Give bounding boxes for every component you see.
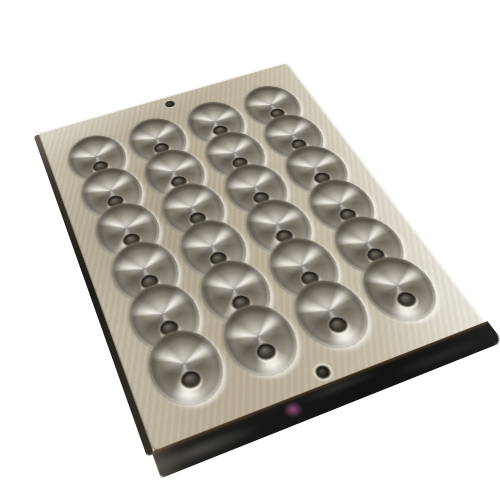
dowel-hole-bottom [313, 363, 333, 380]
photo-scene [0, 0, 500, 500]
dowel-hole-top [164, 100, 177, 109]
board-plate [37, 62, 486, 453]
